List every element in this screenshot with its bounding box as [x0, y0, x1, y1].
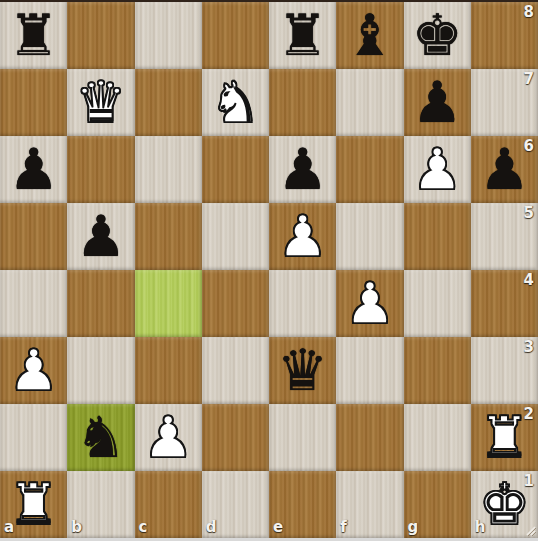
- square-b6[interactable]: [67, 136, 134, 203]
- square-a8[interactable]: ♜: [0, 2, 67, 69]
- piece-black-knight-b2[interactable]: ♞: [67, 404, 134, 471]
- rank-label-5: 5: [524, 204, 534, 222]
- square-a3[interactable]: ♟: [0, 337, 67, 404]
- square-h8[interactable]: 8: [471, 2, 538, 69]
- square-g5[interactable]: [404, 203, 471, 270]
- piece-black-pawn-g7[interactable]: ♟: [404, 69, 471, 136]
- square-h6[interactable]: ♟6: [471, 136, 538, 203]
- piece-black-pawn-h6[interactable]: ♟: [471, 136, 538, 203]
- rank-label-3: 3: [524, 338, 534, 356]
- piece-white-pawn-a3[interactable]: ♟: [0, 337, 67, 404]
- file-label-c: c: [139, 518, 148, 536]
- piece-white-pawn-e5[interactable]: ♟: [269, 203, 336, 270]
- piece-white-pawn-g6[interactable]: ♟: [404, 136, 471, 203]
- piece-white-queen-b7[interactable]: ♛: [67, 69, 134, 136]
- square-b5[interactable]: ♟: [67, 203, 134, 270]
- square-a1[interactable]: ♜a: [0, 471, 67, 538]
- square-a6[interactable]: ♟: [0, 136, 67, 203]
- piece-white-rook-a1[interactable]: ♜: [0, 471, 67, 538]
- file-label-f: f: [340, 518, 347, 536]
- square-f6[interactable]: [336, 136, 403, 203]
- square-d1[interactable]: d: [202, 471, 269, 538]
- square-d5[interactable]: [202, 203, 269, 270]
- piece-white-knight-d7[interactable]: ♞: [202, 69, 269, 136]
- square-g8[interactable]: ♚: [404, 2, 471, 69]
- square-g2[interactable]: [404, 404, 471, 471]
- square-e8[interactable]: ♜: [269, 2, 336, 69]
- square-a7[interactable]: [0, 69, 67, 136]
- square-h3[interactable]: 3: [471, 337, 538, 404]
- square-g6[interactable]: ♟: [404, 136, 471, 203]
- file-label-e: e: [273, 518, 283, 536]
- square-h7[interactable]: 7: [471, 69, 538, 136]
- piece-black-pawn-e6[interactable]: ♟: [269, 136, 336, 203]
- square-a2[interactable]: [0, 404, 67, 471]
- square-c3[interactable]: [135, 337, 202, 404]
- square-e6[interactable]: ♟: [269, 136, 336, 203]
- square-f5[interactable]: [336, 203, 403, 270]
- square-c5[interactable]: [135, 203, 202, 270]
- resize-grip-icon[interactable]: [522, 522, 536, 536]
- square-b8[interactable]: [67, 2, 134, 69]
- square-d3[interactable]: [202, 337, 269, 404]
- square-d2[interactable]: [202, 404, 269, 471]
- square-f4[interactable]: ♟: [336, 270, 403, 337]
- square-b3[interactable]: [67, 337, 134, 404]
- square-e4[interactable]: [269, 270, 336, 337]
- square-g1[interactable]: g: [404, 471, 471, 538]
- square-c2[interactable]: ♟: [135, 404, 202, 471]
- square-b4[interactable]: [67, 270, 134, 337]
- square-a4[interactable]: [0, 270, 67, 337]
- square-c6[interactable]: [135, 136, 202, 203]
- rank-label-4: 4: [524, 271, 534, 289]
- square-h2[interactable]: ♜2: [471, 404, 538, 471]
- square-f3[interactable]: [336, 337, 403, 404]
- piece-black-pawn-b5[interactable]: ♟: [67, 203, 134, 270]
- square-g7[interactable]: ♟: [404, 69, 471, 136]
- square-a5[interactable]: [0, 203, 67, 270]
- square-c4[interactable]: [135, 270, 202, 337]
- piece-black-rook-a8[interactable]: ♜: [0, 2, 67, 69]
- square-e2[interactable]: [269, 404, 336, 471]
- square-f1[interactable]: f: [336, 471, 403, 538]
- square-h5[interactable]: 5: [471, 203, 538, 270]
- piece-white-rook-h2[interactable]: ♜: [471, 404, 538, 471]
- square-c7[interactable]: [135, 69, 202, 136]
- piece-white-pawn-f4[interactable]: ♟: [336, 270, 403, 337]
- square-d4[interactable]: [202, 270, 269, 337]
- piece-white-pawn-c2[interactable]: ♟: [135, 404, 202, 471]
- chess-app-window: ♜♜♝♚8♛♞♟7♟♟♟♟6♟♟5♟4♟♛3♞♟♜2♜abcdefg♚h1: [0, 0, 538, 541]
- piece-black-king-g8[interactable]: ♚: [404, 2, 471, 69]
- rank-label-7: 7: [524, 70, 534, 88]
- square-e5[interactable]: ♟: [269, 203, 336, 270]
- file-label-b: b: [71, 518, 82, 536]
- piece-black-pawn-a6[interactable]: ♟: [0, 136, 67, 203]
- file-label-g: g: [408, 518, 419, 536]
- square-d8[interactable]: [202, 2, 269, 69]
- chess-board: ♜♜♝♚8♛♞♟7♟♟♟♟6♟♟5♟4♟♛3♞♟♜2♜abcdefg♚h1: [0, 2, 538, 538]
- square-c8[interactable]: [135, 2, 202, 69]
- square-e1[interactable]: e: [269, 471, 336, 538]
- square-g4[interactable]: [404, 270, 471, 337]
- square-d6[interactable]: [202, 136, 269, 203]
- square-f8[interactable]: ♝: [336, 2, 403, 69]
- square-e3[interactable]: ♛: [269, 337, 336, 404]
- square-f7[interactable]: [336, 69, 403, 136]
- square-c1[interactable]: c: [135, 471, 202, 538]
- square-g3[interactable]: [404, 337, 471, 404]
- rank-label-8: 8: [524, 3, 534, 21]
- file-label-d: d: [206, 518, 217, 536]
- piece-black-queen-e3[interactable]: ♛: [269, 337, 336, 404]
- square-e7[interactable]: [269, 69, 336, 136]
- square-b7[interactable]: ♛: [67, 69, 134, 136]
- piece-black-bishop-f8[interactable]: ♝: [336, 2, 403, 69]
- square-f2[interactable]: [336, 404, 403, 471]
- piece-black-rook-e8[interactable]: ♜: [269, 2, 336, 69]
- square-b1[interactable]: b: [67, 471, 134, 538]
- square-b2[interactable]: ♞: [67, 404, 134, 471]
- square-h4[interactable]: 4: [471, 270, 538, 337]
- square-d7[interactable]: ♞: [202, 69, 269, 136]
